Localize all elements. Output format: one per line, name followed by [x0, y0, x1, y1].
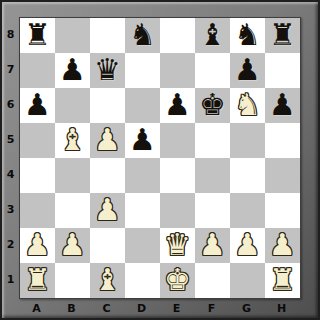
- square-e8[interactable]: [160, 18, 195, 53]
- square-c3[interactable]: ♟: [90, 193, 125, 228]
- square-f1[interactable]: [195, 263, 230, 298]
- square-g3[interactable]: [230, 193, 265, 228]
- square-f8[interactable]: ♝: [195, 18, 230, 53]
- square-e1[interactable]: ♚: [160, 263, 195, 298]
- file-label-g: G: [229, 298, 264, 320]
- square-g1[interactable]: [230, 263, 265, 298]
- piece-black-pawn: ♟: [234, 52, 261, 87]
- piece-white-rook: ♜: [24, 262, 51, 297]
- piece-white-pawn: ♟: [234, 227, 261, 262]
- square-c2[interactable]: [90, 228, 125, 263]
- square-e4[interactable]: [160, 158, 195, 193]
- square-d7[interactable]: [125, 53, 160, 88]
- piece-white-bishop: ♝: [59, 122, 86, 157]
- square-a8[interactable]: ♜: [20, 18, 55, 53]
- board-frame: 87654321 ♜♞♝♞♜♟♛♟♟♟♚♞♟♝♟♟♟♟♟♛♟♟♟♜♝♚♜ ABC…: [0, 0, 320, 320]
- piece-black-pawn: ♟: [129, 122, 156, 157]
- square-c6[interactable]: [90, 88, 125, 123]
- file-labels: ABCDEFGH: [19, 298, 301, 320]
- square-d1[interactable]: [125, 263, 160, 298]
- square-d5[interactable]: ♟: [125, 123, 160, 158]
- square-e6[interactable]: ♟: [160, 88, 195, 123]
- square-g6[interactable]: ♞: [230, 88, 265, 123]
- piece-black-pawn: ♟: [269, 87, 296, 122]
- square-c7[interactable]: ♛: [90, 53, 125, 88]
- file-label-a: A: [19, 298, 54, 320]
- rank-label-5: 5: [2, 122, 19, 157]
- rank-label-2: 2: [2, 227, 19, 262]
- piece-white-rook: ♜: [269, 262, 296, 297]
- rank-label-4: 4: [2, 157, 19, 192]
- square-a1[interactable]: ♜: [20, 263, 55, 298]
- square-b8[interactable]: [55, 18, 90, 53]
- square-a2[interactable]: ♟: [20, 228, 55, 263]
- square-h7[interactable]: [265, 53, 300, 88]
- rank-label-6: 6: [2, 87, 19, 122]
- piece-black-bishop: ♝: [199, 17, 226, 52]
- square-f6[interactable]: ♚: [195, 88, 230, 123]
- square-g7[interactable]: ♟: [230, 53, 265, 88]
- square-c4[interactable]: [90, 158, 125, 193]
- file-label-f: F: [194, 298, 229, 320]
- square-h8[interactable]: ♜: [265, 18, 300, 53]
- piece-white-knight: ♞: [234, 87, 261, 122]
- square-e3[interactable]: [160, 193, 195, 228]
- square-d6[interactable]: [125, 88, 160, 123]
- square-f2[interactable]: ♟: [195, 228, 230, 263]
- piece-white-pawn: ♟: [59, 227, 86, 262]
- square-a5[interactable]: [20, 123, 55, 158]
- square-d2[interactable]: [125, 228, 160, 263]
- square-e7[interactable]: [160, 53, 195, 88]
- piece-black-rook: ♜: [24, 17, 51, 52]
- chess-board: ♜♞♝♞♜♟♛♟♟♟♚♞♟♝♟♟♟♟♟♛♟♟♟♜♝♚♜: [19, 17, 301, 299]
- piece-white-king: ♚: [164, 262, 191, 297]
- square-b3[interactable]: [55, 193, 90, 228]
- piece-white-pawn: ♟: [24, 227, 51, 262]
- square-a7[interactable]: [20, 53, 55, 88]
- square-b7[interactable]: ♟: [55, 53, 90, 88]
- piece-black-pawn: ♟: [164, 87, 191, 122]
- square-g5[interactable]: [230, 123, 265, 158]
- piece-black-knight: ♞: [129, 17, 156, 52]
- rank-label-7: 7: [2, 52, 19, 87]
- square-c8[interactable]: [90, 18, 125, 53]
- piece-white-pawn: ♟: [199, 227, 226, 262]
- square-d4[interactable]: [125, 158, 160, 193]
- square-e2[interactable]: ♛: [160, 228, 195, 263]
- piece-black-king: ♚: [199, 87, 226, 122]
- square-b5[interactable]: ♝: [55, 123, 90, 158]
- square-b4[interactable]: [55, 158, 90, 193]
- square-h6[interactable]: ♟: [265, 88, 300, 123]
- piece-white-pawn: ♟: [269, 227, 296, 262]
- square-d8[interactable]: ♞: [125, 18, 160, 53]
- square-e5[interactable]: [160, 123, 195, 158]
- file-label-c: C: [89, 298, 124, 320]
- rank-label-3: 3: [2, 192, 19, 227]
- piece-black-pawn: ♟: [24, 87, 51, 122]
- piece-black-pawn: ♟: [59, 52, 86, 87]
- square-f4[interactable]: [195, 158, 230, 193]
- piece-white-pawn: ♟: [94, 192, 121, 227]
- piece-white-bishop: ♝: [94, 262, 121, 297]
- square-c5[interactable]: ♟: [90, 123, 125, 158]
- square-a4[interactable]: [20, 158, 55, 193]
- file-label-e: E: [159, 298, 194, 320]
- piece-black-knight: ♞: [234, 17, 261, 52]
- square-d3[interactable]: [125, 193, 160, 228]
- square-a3[interactable]: [20, 193, 55, 228]
- square-b1[interactable]: [55, 263, 90, 298]
- piece-white-queen: ♛: [164, 227, 191, 262]
- square-g4[interactable]: [230, 158, 265, 193]
- file-label-d: D: [124, 298, 159, 320]
- square-f7[interactable]: [195, 53, 230, 88]
- square-h5[interactable]: [265, 123, 300, 158]
- rank-labels: 87654321: [2, 17, 19, 299]
- square-g2[interactable]: ♟: [230, 228, 265, 263]
- square-c1[interactable]: ♝: [90, 263, 125, 298]
- square-a6[interactable]: ♟: [20, 88, 55, 123]
- square-g8[interactable]: ♞: [230, 18, 265, 53]
- piece-black-rook: ♜: [269, 17, 296, 52]
- file-label-b: B: [54, 298, 89, 320]
- square-b6[interactable]: [55, 88, 90, 123]
- rank-label-8: 8: [2, 17, 19, 52]
- square-f5[interactable]: [195, 123, 230, 158]
- piece-white-pawn: ♟: [94, 122, 121, 157]
- square-h2[interactable]: ♟: [265, 228, 300, 263]
- square-h1[interactable]: ♜: [265, 263, 300, 298]
- rank-label-1: 1: [2, 262, 19, 297]
- piece-black-queen: ♛: [94, 52, 121, 87]
- file-label-h: H: [264, 298, 299, 320]
- square-b2[interactable]: ♟: [55, 228, 90, 263]
- square-h4[interactable]: [265, 158, 300, 193]
- square-h3[interactable]: [265, 193, 300, 228]
- square-f3[interactable]: [195, 193, 230, 228]
